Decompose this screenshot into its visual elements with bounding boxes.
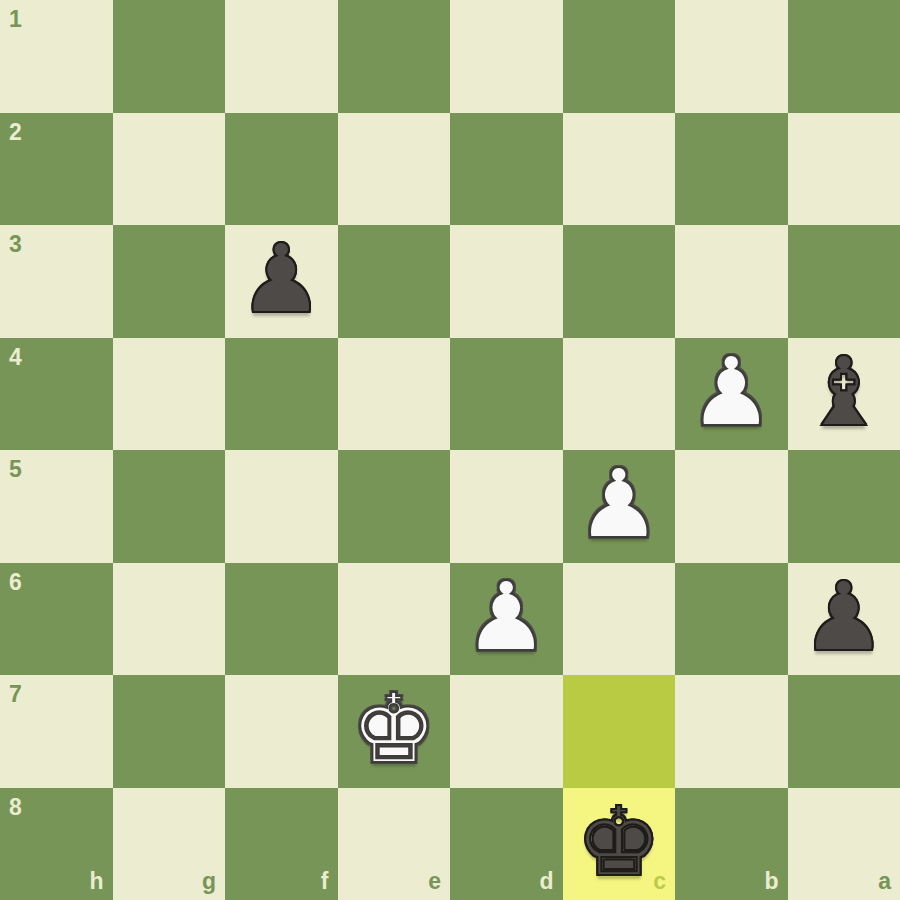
rank-label-2: 2 (9, 119, 22, 146)
square-a7[interactable] (788, 675, 900, 788)
rank-label-3: 3 (9, 231, 22, 258)
square-b5[interactable] (675, 450, 788, 563)
square-d4[interactable] (450, 338, 563, 451)
square-e1[interactable] (338, 0, 451, 113)
rank-label-6: 6 (9, 569, 22, 596)
square-b2[interactable] (675, 113, 788, 226)
square-b3[interactable] (675, 225, 788, 338)
black-bishop[interactable]: ♝ (801, 336, 887, 449)
square-d8[interactable]: d (450, 788, 563, 900)
file-label-h: h (89, 868, 103, 895)
square-g8[interactable]: g (113, 788, 226, 900)
square-g5[interactable] (113, 450, 226, 563)
square-e6[interactable] (338, 563, 451, 676)
rank-label-4: 4 (9, 344, 22, 371)
square-f1[interactable] (225, 0, 338, 113)
square-e2[interactable] (338, 113, 451, 226)
square-c2[interactable] (563, 113, 676, 226)
square-e4[interactable] (338, 338, 451, 451)
square-a4[interactable]: ♝ (788, 338, 900, 451)
square-e8[interactable]: e (338, 788, 451, 900)
square-d2[interactable] (450, 113, 563, 226)
square-h3[interactable]: 3 (0, 225, 113, 338)
rank-label-7: 7 (9, 681, 22, 708)
square-h1[interactable]: 1 (0, 0, 113, 113)
square-c8[interactable]: c♚ (563, 788, 676, 900)
square-h8[interactable]: 8h (0, 788, 113, 900)
square-g4[interactable] (113, 338, 226, 451)
square-g2[interactable] (113, 113, 226, 226)
square-h2[interactable]: 2 (0, 113, 113, 226)
square-c1[interactable] (563, 0, 676, 113)
white-pawn[interactable]: ♟ (688, 336, 774, 449)
square-f3[interactable]: ♟ (225, 225, 338, 338)
chess-board: 123♟4♟♝5♟6♟♟7♚8hgfedc♚ba (0, 0, 900, 900)
file-label-g: g (202, 868, 216, 895)
square-c6[interactable] (563, 563, 676, 676)
square-d1[interactable] (450, 0, 563, 113)
square-a8[interactable]: a (788, 788, 900, 900)
square-c4[interactable] (563, 338, 676, 451)
square-h6[interactable]: 6 (0, 563, 113, 676)
file-label-f: f (321, 868, 329, 895)
black-pawn[interactable]: ♟ (238, 223, 324, 336)
square-d5[interactable] (450, 450, 563, 563)
square-a3[interactable] (788, 225, 900, 338)
rank-label-5: 5 (9, 456, 22, 483)
square-b7[interactable] (675, 675, 788, 788)
square-g6[interactable] (113, 563, 226, 676)
square-a5[interactable] (788, 450, 900, 563)
square-c5[interactable]: ♟ (563, 450, 676, 563)
square-c7[interactable] (563, 675, 676, 788)
rank-label-1: 1 (9, 6, 22, 33)
file-label-e: e (428, 868, 441, 895)
square-b8[interactable]: b (675, 788, 788, 900)
square-g3[interactable] (113, 225, 226, 338)
square-f5[interactable] (225, 450, 338, 563)
black-king[interactable]: ♚ (576, 786, 662, 899)
square-d7[interactable] (450, 675, 563, 788)
file-label-b: b (764, 868, 778, 895)
white-king[interactable]: ♚ (351, 673, 437, 786)
square-b1[interactable] (675, 0, 788, 113)
square-g7[interactable] (113, 675, 226, 788)
square-a1[interactable] (788, 0, 900, 113)
white-pawn[interactable]: ♟ (576, 448, 662, 561)
square-h4[interactable]: 4 (0, 338, 113, 451)
square-e7[interactable]: ♚ (338, 675, 451, 788)
square-c3[interactable] (563, 225, 676, 338)
rank-label-8: 8 (9, 794, 22, 821)
square-d6[interactable]: ♟ (450, 563, 563, 676)
square-f7[interactable] (225, 675, 338, 788)
white-pawn[interactable]: ♟ (463, 561, 549, 674)
square-d3[interactable] (450, 225, 563, 338)
square-b6[interactable] (675, 563, 788, 676)
square-f8[interactable]: f (225, 788, 338, 900)
square-h5[interactable]: 5 (0, 450, 113, 563)
square-g1[interactable] (113, 0, 226, 113)
file-label-a: a (878, 868, 891, 895)
square-e3[interactable] (338, 225, 451, 338)
file-label-d: d (539, 868, 553, 895)
square-a2[interactable] (788, 113, 900, 226)
square-f4[interactable] (225, 338, 338, 451)
square-b4[interactable]: ♟ (675, 338, 788, 451)
square-e5[interactable] (338, 450, 451, 563)
square-a6[interactable]: ♟ (788, 563, 900, 676)
square-f2[interactable] (225, 113, 338, 226)
square-h7[interactable]: 7 (0, 675, 113, 788)
black-pawn[interactable]: ♟ (801, 561, 887, 674)
square-f6[interactable] (225, 563, 338, 676)
